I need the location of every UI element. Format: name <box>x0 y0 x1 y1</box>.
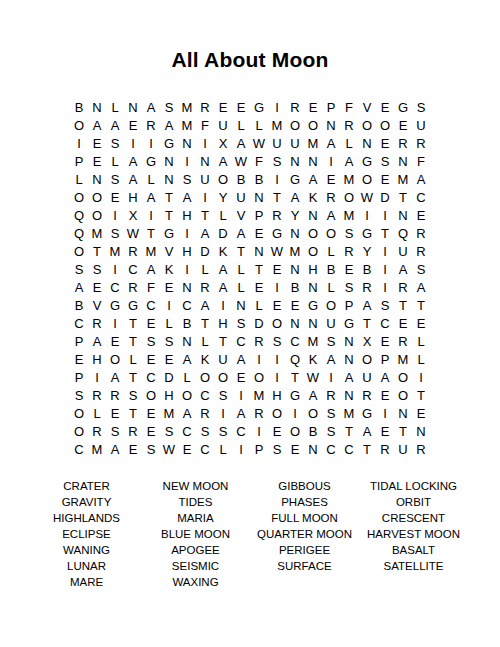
grid-cell[interactable]: M <box>394 170 412 188</box>
grid-cell[interactable]: A <box>88 116 106 134</box>
grid-cell[interactable]: A <box>322 206 340 224</box>
grid-cell[interactable]: S <box>322 422 340 440</box>
grid-cell[interactable]: M <box>160 404 178 422</box>
grid-cell[interactable]: N <box>304 278 322 296</box>
grid-cell[interactable]: O <box>286 116 304 134</box>
grid-cell[interactable]: N <box>88 170 106 188</box>
grid-cell[interactable]: G <box>268 224 286 242</box>
grid-cell[interactable]: T <box>394 422 412 440</box>
grid-cell[interactable]: M <box>394 350 412 368</box>
grid-cell[interactable]: E <box>286 440 304 458</box>
grid-cell[interactable]: D <box>250 314 268 332</box>
grid-cell[interactable]: A <box>358 296 376 314</box>
grid-cell[interactable]: K <box>160 260 178 278</box>
grid-cell[interactable]: N <box>394 404 412 422</box>
grid-cell[interactable]: O <box>70 422 88 440</box>
grid-cell[interactable]: V <box>358 98 376 116</box>
grid-cell[interactable]: O <box>88 206 106 224</box>
grid-cell[interactable]: S <box>340 278 358 296</box>
grid-cell[interactable]: T <box>286 368 304 386</box>
grid-cell[interactable]: N <box>196 152 214 170</box>
grid-cell[interactable]: E <box>106 404 124 422</box>
grid-cell[interactable]: C <box>412 188 430 206</box>
grid-cell[interactable]: O <box>358 170 376 188</box>
grid-cell[interactable]: B <box>70 296 88 314</box>
grid-cell[interactable]: A <box>178 350 196 368</box>
grid-cell[interactable]: R <box>394 278 412 296</box>
grid-cell[interactable]: R <box>322 188 340 206</box>
grid-cell[interactable]: O <box>88 188 106 206</box>
grid-cell[interactable]: E <box>394 314 412 332</box>
grid-cell[interactable]: A <box>160 116 178 134</box>
grid-cell[interactable]: W <box>268 242 286 260</box>
grid-cell[interactable]: S <box>124 386 142 404</box>
grid-cell[interactable]: P <box>322 98 340 116</box>
grid-cell[interactable]: R <box>340 242 358 260</box>
grid-cell[interactable]: A <box>88 332 106 350</box>
grid-cell[interactable]: L <box>88 404 106 422</box>
grid-cell[interactable]: R <box>412 224 430 242</box>
grid-cell[interactable]: O <box>358 350 376 368</box>
grid-cell[interactable]: E <box>88 152 106 170</box>
grid-cell[interactable]: E <box>142 314 160 332</box>
grid-cell[interactable]: S <box>214 386 232 404</box>
grid-cell[interactable]: I <box>250 422 268 440</box>
grid-cell[interactable]: E <box>124 440 142 458</box>
grid-cell[interactable]: G <box>358 224 376 242</box>
grid-cell[interactable]: I <box>376 206 394 224</box>
grid-cell[interactable]: Y <box>214 188 232 206</box>
grid-cell[interactable]: A <box>196 296 214 314</box>
grid-cell[interactable]: O <box>268 314 286 332</box>
grid-cell[interactable]: M <box>340 170 358 188</box>
grid-cell[interactable]: S <box>178 170 196 188</box>
grid-cell[interactable]: L <box>196 260 214 278</box>
grid-cell[interactable]: D <box>196 242 214 260</box>
grid-cell[interactable]: R <box>124 278 142 296</box>
grid-cell[interactable]: O <box>250 368 268 386</box>
grid-cell[interactable]: P <box>70 152 88 170</box>
grid-cell[interactable]: A <box>376 368 394 386</box>
grid-cell[interactable]: E <box>142 350 160 368</box>
grid-cell[interactable]: P <box>250 440 268 458</box>
grid-cell[interactable]: A <box>412 170 430 188</box>
grid-cell[interactable]: N <box>160 170 178 188</box>
grid-cell[interactable]: E <box>304 98 322 116</box>
grid-cell[interactable]: W <box>304 368 322 386</box>
grid-cell[interactable]: R <box>394 332 412 350</box>
grid-cell[interactable]: S <box>376 296 394 314</box>
grid-cell[interactable]: S <box>160 332 178 350</box>
grid-cell[interactable]: I <box>106 314 124 332</box>
grid-cell[interactable]: O <box>286 422 304 440</box>
grid-cell[interactable]: B <box>70 98 88 116</box>
grid-cell[interactable]: C <box>340 440 358 458</box>
grid-cell[interactable]: R <box>358 278 376 296</box>
grid-cell[interactable]: R <box>412 134 430 152</box>
grid-cell[interactable]: I <box>268 350 286 368</box>
grid-cell[interactable]: N <box>160 152 178 170</box>
grid-cell[interactable]: I <box>376 260 394 278</box>
grid-cell[interactable]: E <box>160 278 178 296</box>
grid-cell[interactable]: M <box>304 332 322 350</box>
grid-cell[interactable]: U <box>232 188 250 206</box>
grid-cell[interactable]: S <box>196 422 214 440</box>
grid-cell[interactable]: U <box>286 134 304 152</box>
grid-cell[interactable]: R <box>376 440 394 458</box>
grid-cell[interactable]: L <box>412 332 430 350</box>
grid-cell[interactable]: Y <box>286 206 304 224</box>
grid-cell[interactable]: N <box>412 422 430 440</box>
grid-cell[interactable]: F <box>250 152 268 170</box>
grid-cell[interactable]: R <box>124 242 142 260</box>
grid-cell[interactable]: F <box>340 98 358 116</box>
grid-cell[interactable]: N <box>286 224 304 242</box>
grid-cell[interactable]: L <box>214 440 232 458</box>
grid-cell[interactable]: C <box>178 422 196 440</box>
grid-cell[interactable]: T <box>394 188 412 206</box>
grid-cell[interactable]: H <box>304 260 322 278</box>
grid-cell[interactable]: I <box>214 296 232 314</box>
grid-cell[interactable]: A <box>178 404 196 422</box>
grid-cell[interactable]: E <box>376 332 394 350</box>
grid-cell[interactable]: A <box>214 260 232 278</box>
grid-cell[interactable]: E <box>268 260 286 278</box>
grid-cell[interactable]: A <box>232 404 250 422</box>
grid-cell[interactable]: T <box>214 332 232 350</box>
grid-cell[interactable]: M <box>178 98 196 116</box>
grid-cell[interactable]: E <box>106 188 124 206</box>
grid-cell[interactable]: S <box>106 170 124 188</box>
grid-cell[interactable]: N <box>178 134 196 152</box>
grid-cell[interactable]: I <box>88 368 106 386</box>
grid-cell[interactable]: O <box>178 386 196 404</box>
grid-cell[interactable]: S <box>88 260 106 278</box>
grid-cell[interactable]: Q <box>394 224 412 242</box>
grid-cell[interactable]: M <box>340 206 358 224</box>
grid-cell[interactable]: G <box>124 296 142 314</box>
grid-cell[interactable]: S <box>412 98 430 116</box>
grid-cell[interactable]: S <box>160 98 178 116</box>
grid-cell[interactable]: W <box>250 134 268 152</box>
grid-cell[interactable]: H <box>268 386 286 404</box>
grid-cell[interactable]: A <box>178 188 196 206</box>
grid-cell[interactable]: C <box>124 260 142 278</box>
grid-cell[interactable]: K <box>304 188 322 206</box>
grid-cell[interactable]: O <box>196 368 214 386</box>
grid-cell[interactable]: P <box>376 350 394 368</box>
grid-cell[interactable]: O <box>70 404 88 422</box>
grid-cell[interactable]: M <box>268 116 286 134</box>
grid-cell[interactable]: R <box>88 422 106 440</box>
grid-cell[interactable]: I <box>232 440 250 458</box>
grid-cell[interactable]: O <box>376 116 394 134</box>
grid-cell[interactable]: I <box>196 134 214 152</box>
grid-cell[interactable]: W <box>358 188 376 206</box>
grid-cell[interactable]: I <box>376 242 394 260</box>
grid-cell[interactable]: T <box>160 206 178 224</box>
grid-cell[interactable]: U <box>214 116 232 134</box>
grid-cell[interactable]: C <box>70 440 88 458</box>
grid-cell[interactable]: B <box>178 314 196 332</box>
grid-cell[interactable]: I <box>196 188 214 206</box>
grid-cell[interactable]: L <box>340 134 358 152</box>
grid-cell[interactable]: E <box>250 224 268 242</box>
grid-cell[interactable]: T <box>160 188 178 206</box>
grid-cell[interactable]: N <box>322 116 340 134</box>
grid-cell[interactable]: A <box>286 188 304 206</box>
grid-cell[interactable]: B <box>322 260 340 278</box>
grid-cell[interactable]: O <box>304 224 322 242</box>
grid-cell[interactable]: R <box>358 386 376 404</box>
grid-cell[interactable]: G <box>340 314 358 332</box>
grid-cell[interactable]: N <box>178 332 196 350</box>
grid-cell[interactable]: E <box>142 422 160 440</box>
grid-cell[interactable]: R <box>394 134 412 152</box>
grid-cell[interactable]: C <box>142 368 160 386</box>
grid-cell[interactable]: X <box>358 332 376 350</box>
grid-cell[interactable]: T <box>250 260 268 278</box>
grid-cell[interactable]: O <box>214 170 232 188</box>
grid-cell[interactable]: S <box>160 422 178 440</box>
grid-cell[interactable]: T <box>88 242 106 260</box>
grid-cell[interactable]: V <box>160 242 178 260</box>
grid-cell[interactable]: S <box>214 422 232 440</box>
grid-cell[interactable]: R <box>412 242 430 260</box>
grid-cell[interactable]: B <box>304 422 322 440</box>
grid-cell[interactable]: W <box>160 440 178 458</box>
grid-cell[interactable]: I <box>124 134 142 152</box>
grid-cell[interactable]: H <box>178 206 196 224</box>
grid-cell[interactable]: I <box>412 368 430 386</box>
grid-cell[interactable]: L <box>232 278 250 296</box>
grid-cell[interactable]: A <box>214 152 232 170</box>
grid-cell[interactable]: N <box>250 242 268 260</box>
grid-cell[interactable]: R <box>196 278 214 296</box>
grid-cell[interactable]: S <box>340 224 358 242</box>
grid-cell[interactable]: P <box>340 296 358 314</box>
grid-cell[interactable]: K <box>196 350 214 368</box>
grid-cell[interactable]: N <box>286 152 304 170</box>
grid-cell[interactable]: W <box>232 152 250 170</box>
grid-cell[interactable]: P <box>70 368 88 386</box>
grid-cell[interactable]: T <box>358 440 376 458</box>
grid-cell[interactable]: A <box>124 170 142 188</box>
grid-cell[interactable]: C <box>286 332 304 350</box>
grid-cell[interactable]: H <box>178 242 196 260</box>
grid-cell[interactable]: E <box>412 314 430 332</box>
grid-cell[interactable]: U <box>268 134 286 152</box>
grid-cell[interactable]: I <box>70 134 88 152</box>
grid-cell[interactable]: H <box>160 386 178 404</box>
grid-cell[interactable]: G <box>250 98 268 116</box>
grid-cell[interactable]: N <box>304 206 322 224</box>
grid-cell[interactable]: C <box>70 314 88 332</box>
grid-cell[interactable]: E <box>376 422 394 440</box>
grid-cell[interactable]: V <box>88 296 106 314</box>
grid-cell[interactable]: D <box>376 188 394 206</box>
grid-cell[interactable]: N <box>178 278 196 296</box>
grid-cell[interactable]: X <box>124 206 142 224</box>
grid-cell[interactable]: L <box>106 98 124 116</box>
grid-cell[interactable]: E <box>268 296 286 314</box>
grid-cell[interactable]: R <box>250 404 268 422</box>
grid-cell[interactable]: C <box>196 386 214 404</box>
grid-cell[interactable]: Q <box>286 350 304 368</box>
grid-cell[interactable]: E <box>160 350 178 368</box>
grid-cell[interactable]: E <box>286 296 304 314</box>
grid-cell[interactable]: A <box>106 368 124 386</box>
grid-cell[interactable]: S <box>70 260 88 278</box>
grid-cell[interactable]: B <box>286 278 304 296</box>
grid-cell[interactable]: S <box>322 404 340 422</box>
grid-cell[interactable]: C <box>232 332 250 350</box>
grid-cell[interactable]: L <box>214 206 232 224</box>
grid-cell[interactable]: E <box>394 116 412 134</box>
grid-cell[interactable]: U <box>394 242 412 260</box>
grid-cell[interactable]: A <box>340 368 358 386</box>
grid-cell[interactable]: G <box>358 152 376 170</box>
grid-cell[interactable]: I <box>106 206 124 224</box>
grid-cell[interactable]: I <box>322 368 340 386</box>
grid-cell[interactable]: Q <box>70 206 88 224</box>
grid-cell[interactable]: B <box>232 170 250 188</box>
grid-cell[interactable]: C <box>232 422 250 440</box>
grid-cell[interactable]: I <box>286 404 304 422</box>
grid-cell[interactable]: H <box>88 350 106 368</box>
grid-cell[interactable]: A <box>142 98 160 116</box>
grid-cell[interactable]: E <box>250 278 268 296</box>
grid-cell[interactable]: A <box>304 170 322 188</box>
grid-cell[interactable]: E <box>412 404 430 422</box>
grid-cell[interactable]: A <box>340 152 358 170</box>
grid-cell[interactable]: F <box>196 116 214 134</box>
grid-cell[interactable]: X <box>214 134 232 152</box>
grid-cell[interactable]: S <box>70 386 88 404</box>
grid-cell[interactable]: A <box>106 440 124 458</box>
grid-cell[interactable]: N <box>304 314 322 332</box>
grid-cell[interactable]: U <box>358 368 376 386</box>
grid-cell[interactable]: S <box>322 332 340 350</box>
grid-cell[interactable]: S <box>268 440 286 458</box>
grid-cell[interactable]: E <box>268 422 286 440</box>
grid-cell[interactable]: G <box>286 386 304 404</box>
grid-cell[interactable]: B <box>250 170 268 188</box>
grid-cell[interactable]: A <box>142 260 160 278</box>
grid-cell[interactable]: N <box>358 134 376 152</box>
grid-cell[interactable]: O <box>70 188 88 206</box>
grid-cell[interactable]: A <box>196 224 214 242</box>
grid-cell[interactable]: I <box>358 206 376 224</box>
grid-cell[interactable]: R <box>412 440 430 458</box>
grid-cell[interactable]: O <box>304 404 322 422</box>
grid-cell[interactable]: R <box>88 386 106 404</box>
grid-cell[interactable]: E <box>70 350 88 368</box>
grid-cell[interactable]: T <box>376 224 394 242</box>
grid-cell[interactable]: A <box>412 278 430 296</box>
grid-cell[interactable]: C <box>196 440 214 458</box>
grid-cell[interactable]: L <box>412 350 430 368</box>
grid-cell[interactable]: E <box>376 98 394 116</box>
grid-cell[interactable]: E <box>412 206 430 224</box>
grid-cell[interactable]: R <box>106 386 124 404</box>
grid-cell[interactable]: L <box>232 116 250 134</box>
grid-cell[interactable]: O <box>394 386 412 404</box>
grid-cell[interactable]: N <box>340 332 358 350</box>
grid-cell[interactable]: O <box>304 242 322 260</box>
grid-cell[interactable]: N <box>250 188 268 206</box>
grid-cell[interactable]: E <box>178 440 196 458</box>
grid-cell[interactable]: I <box>376 278 394 296</box>
grid-cell[interactable]: E <box>88 278 106 296</box>
grid-cell[interactable]: D <box>214 224 232 242</box>
grid-cell[interactable]: O <box>268 404 286 422</box>
grid-cell[interactable]: S <box>106 224 124 242</box>
grid-cell[interactable]: R <box>196 404 214 422</box>
grid-cell[interactable]: L <box>70 170 88 188</box>
grid-cell[interactable]: N <box>124 98 142 116</box>
grid-cell[interactable]: L <box>196 332 214 350</box>
grid-cell[interactable]: O <box>322 224 340 242</box>
grid-cell[interactable]: H <box>214 314 232 332</box>
grid-cell[interactable]: E <box>376 386 394 404</box>
grid-cell[interactable]: M <box>340 404 358 422</box>
grid-cell[interactable]: M <box>88 224 106 242</box>
grid-cell[interactable]: O <box>304 116 322 134</box>
grid-cell[interactable]: R <box>88 314 106 332</box>
grid-cell[interactable]: S <box>268 332 286 350</box>
grid-cell[interactable]: A <box>394 260 412 278</box>
grid-cell[interactable]: Q <box>70 224 88 242</box>
grid-cell[interactable]: I <box>376 404 394 422</box>
grid-cell[interactable]: O <box>394 368 412 386</box>
grid-cell[interactable]: T <box>196 206 214 224</box>
grid-cell[interactable]: I <box>268 98 286 116</box>
grid-cell[interactable]: E <box>376 134 394 152</box>
grid-cell[interactable]: L <box>322 278 340 296</box>
grid-cell[interactable]: K <box>304 350 322 368</box>
grid-cell[interactable]: U <box>322 314 340 332</box>
grid-cell[interactable]: T <box>412 386 430 404</box>
grid-cell[interactable]: S <box>412 260 430 278</box>
grid-cell[interactable]: I <box>106 260 124 278</box>
grid-cell[interactable]: T <box>358 314 376 332</box>
grid-cell[interactable]: T <box>124 332 142 350</box>
grid-cell[interactable]: I <box>178 152 196 170</box>
grid-cell[interactable]: R <box>286 98 304 116</box>
grid-cell[interactable]: I <box>322 152 340 170</box>
grid-cell[interactable]: E <box>232 368 250 386</box>
grid-cell[interactable]: G <box>160 224 178 242</box>
grid-cell[interactable]: I <box>250 350 268 368</box>
grid-cell[interactable]: R <box>124 422 142 440</box>
grid-cell[interactable]: E <box>376 170 394 188</box>
grid-cell[interactable]: A <box>304 386 322 404</box>
grid-cell[interactable]: E <box>88 134 106 152</box>
grid-cell[interactable]: L <box>124 350 142 368</box>
grid-cell[interactable]: N <box>286 314 304 332</box>
grid-cell[interactable]: F <box>412 152 430 170</box>
grid-cell[interactable]: E <box>106 332 124 350</box>
grid-cell[interactable]: E <box>340 260 358 278</box>
grid-cell[interactable]: P <box>250 206 268 224</box>
grid-cell[interactable]: R <box>340 116 358 134</box>
grid-cell[interactable]: A <box>106 116 124 134</box>
grid-cell[interactable]: I <box>142 206 160 224</box>
grid-cell[interactable]: A <box>232 134 250 152</box>
grid-cell[interactable]: G <box>160 134 178 152</box>
grid-cell[interactable]: Y <box>358 242 376 260</box>
